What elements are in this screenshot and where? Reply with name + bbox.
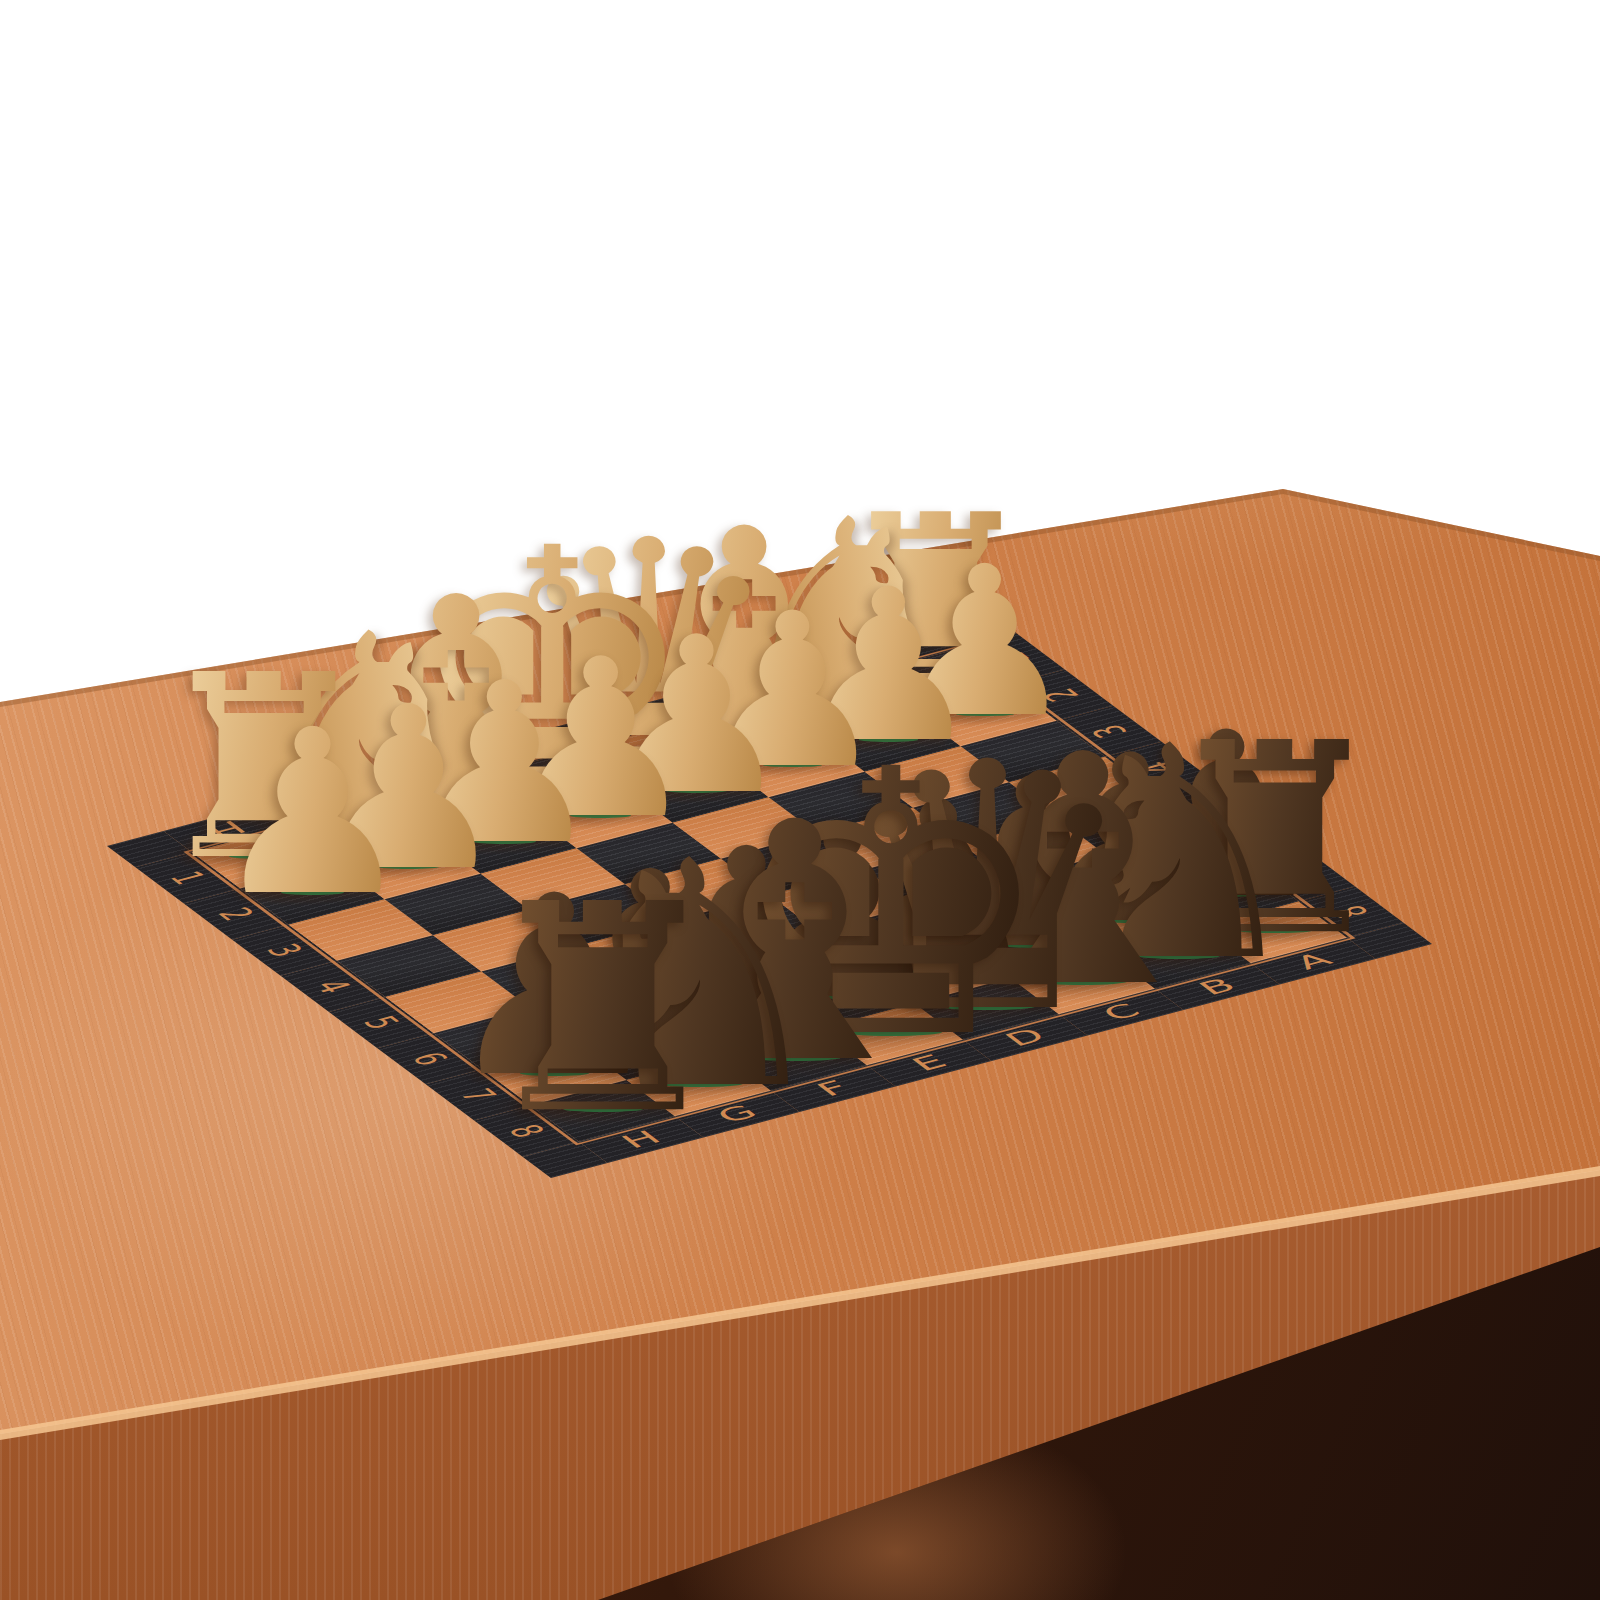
piece-white-pawn[interactable]: ♟ bbox=[210, 700, 414, 928]
piece-black-rook[interactable]: ♜ bbox=[474, 867, 731, 1153]
